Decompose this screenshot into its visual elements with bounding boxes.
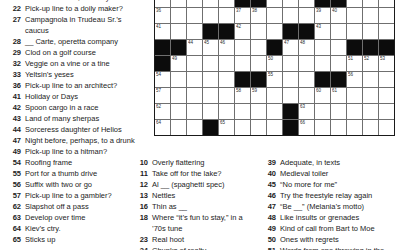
clue-62-across: 62Slapshot off a pass — [8, 201, 135, 212]
clue-22-across: 22Pick-up line to a doily maker? — [8, 3, 135, 14]
grid-cell-r2-c5[interactable]: 42 — [235, 24, 250, 39]
clue-56-across: 56Suffix with two or go — [8, 179, 135, 190]
grid-cell-r5-c12[interactable]: 56 — [347, 72, 362, 87]
cell-number: 48 — [300, 40, 305, 45]
clue-18-down: 18Where “it’s fun to stay,” in a ’70s tu… — [136, 212, 258, 234]
down-clue-list-right: 39Adequate, in texts40Medieval toiler45“… — [264, 157, 396, 250]
down-clue-list-left: 10Overly flattering11Take off for the la… — [136, 157, 258, 250]
cell-number: 44 — [188, 40, 193, 45]
grid-cell-r1-c9[interactable] — [299, 8, 314, 23]
clue-text: Night before, perhaps, to a drunk — [25, 135, 135, 146]
grid-cell-r4-c6[interactable] — [251, 56, 266, 71]
clue-number: 54 — [8, 157, 21, 168]
grid-cell-r8-c7[interactable] — [267, 120, 282, 135]
cell-number: 43 — [316, 24, 321, 29]
clue-number: 42 — [8, 102, 21, 113]
cell-number: 37 — [236, 8, 241, 13]
clue-text: Overly flattering — [152, 157, 258, 168]
clue-number: 36 — [8, 80, 21, 91]
grid-cell-r7-c10[interactable] — [315, 104, 330, 119]
grid-cell-r7-c9[interactable]: 63 — [299, 104, 314, 119]
grid-cell-r6-c3[interactable] — [203, 88, 218, 103]
grid-cell-r4-c5[interactable] — [235, 56, 250, 71]
grid-cell-r7-c7[interactable] — [267, 104, 282, 119]
grid-cell-r1-c2[interactable] — [187, 8, 202, 23]
clue-32-across: 32Veggie on a vine or a tine — [8, 58, 135, 69]
clue-number: 13 — [136, 190, 148, 201]
grid-cell-r0-c4[interactable] — [219, 0, 234, 7]
grid-cell-r1-c12[interactable] — [347, 8, 362, 23]
clue-number: 18 — [136, 212, 148, 234]
grid-cell-r8-c4[interactable]: 65 — [219, 120, 234, 135]
cell-number: 53 — [380, 56, 385, 61]
clue-46-down: 46Try the freestyle relay again — [264, 190, 396, 201]
clue-text: “Be __” (Melania’s motto) — [280, 201, 396, 212]
clue-24-down: 24Chunks of realty — [136, 245, 258, 250]
cell-number: 61 — [332, 88, 337, 93]
clue-number: 45 — [264, 179, 276, 190]
grid-cell-r2-c13[interactable] — [363, 24, 378, 39]
grid-cell-r8-c2[interactable] — [187, 120, 202, 135]
clue-23-down: 23Real hoot — [136, 234, 258, 245]
clue-text: Port for a thumb drive — [25, 168, 135, 179]
grid-cell-r4-c7[interactable]: 50 — [267, 56, 282, 71]
clue-text: Nettles — [152, 190, 258, 201]
grid-cell-r7-c12[interactable] — [347, 104, 362, 119]
clue-number: 28 — [8, 36, 21, 47]
grid-cell-r7-c14[interactable] — [379, 104, 394, 119]
black-cell-r2-c8 — [283, 24, 298, 39]
clue-text: Like insults or grenades — [280, 212, 396, 223]
grid-cell-r1-c6[interactable]: 38 — [251, 8, 266, 23]
clue-text: Holiday or Days — [25, 91, 135, 102]
clue-number: 51 — [264, 245, 276, 250]
cell-number: 40 — [332, 8, 337, 13]
clue-number: 44 — [8, 124, 21, 135]
grid-cell-r6-c7[interactable] — [267, 88, 282, 103]
black-cell-r5-c10 — [315, 72, 330, 87]
cell-number: 42 — [236, 24, 241, 29]
grid-cell-r4-c1[interactable]: 49 — [171, 56, 186, 71]
cell-number: 51 — [348, 56, 353, 61]
cell-number: 54 — [156, 72, 161, 77]
cell-number: 50 — [268, 56, 273, 61]
grid-cell-r1-c13[interactable] — [363, 8, 378, 23]
clue-text: Suffix with two or go — [25, 179, 135, 190]
grid-cell-r6-c10[interactable]: 60 — [315, 88, 330, 103]
clue-number: 48 — [264, 212, 276, 223]
grid-cell-r4-c11[interactable] — [331, 56, 346, 71]
grid-cell-r3-c10[interactable] — [315, 40, 330, 55]
cell-number: 49 — [172, 56, 177, 61]
cell-number: 56 — [348, 72, 353, 77]
grid-cell-r1-c4[interactable] — [219, 8, 234, 23]
grid-cell-r6-c11[interactable]: 61 — [331, 88, 346, 103]
grid-cell-r3-c9[interactable]: 48 — [299, 40, 314, 55]
grid-cell-r6-c5[interactable]: 58 — [235, 88, 250, 103]
clue-text: Pick-up line to a doily maker? — [25, 3, 135, 14]
across-clue-list: 21Blows off steam, in a way22Pick-up lin… — [8, 0, 135, 245]
grid-cell-r2-c7[interactable] — [267, 24, 282, 39]
clue-39-down: 39Adequate, in texts — [264, 157, 396, 168]
grid-cell-r5-c4[interactable] — [219, 72, 234, 87]
grid-cell-r1-c0[interactable]: 36 — [155, 8, 170, 23]
clue-text: Thin as __ — [152, 201, 258, 212]
grid-cell-r3-c11[interactable] — [331, 40, 346, 55]
clue-number: 46 — [264, 190, 276, 201]
clue-text: Where “it’s fun to stay,” in a ’70s tune — [152, 212, 258, 234]
clue-text: Land of many sherpas — [25, 113, 135, 124]
grid-cell-r7-c11[interactable] — [331, 104, 346, 119]
black-cell-r3-c13 — [363, 40, 378, 55]
grid-cell-r6-c0[interactable]: 57 — [155, 88, 170, 103]
cell-number: 55 — [268, 72, 273, 77]
clue-29-across: 29Clod on a golf course — [8, 47, 135, 58]
clue-49-across: 49Pick-up line to a hitman? — [8, 146, 135, 157]
grid-cell-r2-c10[interactable]: 43 — [315, 24, 330, 39]
clue-number: 23 — [136, 234, 148, 245]
grid-cell-r8-c10[interactable] — [315, 120, 330, 135]
clue-11-down: 11Take off for the lake? — [136, 168, 258, 179]
clue-10-down: 10Overly flattering — [136, 157, 258, 168]
grid-cell-r5-c9[interactable] — [299, 72, 314, 87]
clue-text: Pick-up line to a gambler? — [25, 190, 135, 201]
cell-number: 66 — [300, 120, 305, 125]
clue-number: 57 — [8, 190, 21, 201]
black-cell-r3-c7 — [267, 40, 282, 55]
grid-cell-r4-c10[interactable] — [315, 56, 330, 71]
cell-number: 41 — [156, 24, 161, 29]
grid-cell-r8-c14[interactable] — [379, 120, 394, 135]
grid-cell-r2-c1[interactable] — [171, 24, 186, 39]
grid-cell-r7-c6[interactable] — [251, 104, 266, 119]
black-cell-r2-c4 — [219, 24, 234, 39]
grid-cell-r3-c5[interactable] — [235, 40, 250, 55]
clue-text: Words from one throwing in the — [280, 245, 396, 250]
cell-number: 45 — [204, 40, 209, 45]
grid-cell-r6-c8[interactable] — [283, 88, 298, 103]
grid-cell-r3-c8[interactable]: 47 — [283, 40, 298, 55]
cell-number: 63 — [300, 104, 305, 109]
grid-cell-r4-c12[interactable]: 51 — [347, 56, 362, 71]
grid-cell-r0-c12[interactable] — [347, 0, 362, 7]
clue-44-across: 44Sorceress daughter of Helios — [8, 124, 135, 135]
black-cell-r3-c12 — [347, 40, 362, 55]
grid-cell-r4-c14[interactable]: 53 — [379, 56, 394, 71]
black-cell-r5-c6 — [251, 72, 266, 87]
clue-text: Al __ (spaghetti spec) — [152, 179, 258, 190]
black-cell-r3-c1 — [171, 40, 186, 55]
clue-36-across: 36Pick-up line to an architect? — [8, 80, 135, 91]
grid-cell-r7-c5[interactable] — [235, 104, 250, 119]
clue-text: Sticks up — [25, 234, 135, 245]
clue-text: Clod on a golf course — [25, 47, 135, 58]
clue-number: 56 — [8, 179, 21, 190]
clue-text: Adequate, in texts — [280, 157, 396, 168]
grid-cell-r4-c8[interactable] — [283, 56, 298, 71]
grid-cell-r4-c9[interactable] — [299, 56, 314, 71]
grid-cell-r4-c13[interactable]: 52 — [363, 56, 378, 71]
clue-number: 65 — [8, 234, 21, 245]
clue-number: 39 — [264, 157, 276, 168]
clue-number: 50 — [264, 234, 276, 245]
clue-28-across: 28__ Carte, operetta company — [8, 36, 135, 47]
grid-cell-r1-c10[interactable]: 39 — [315, 8, 330, 23]
clue-43-across: 43Land of many sherpas — [8, 113, 135, 124]
clue-text: Spoon cargo in a race — [25, 102, 135, 113]
grid-cell-r2-c6[interactable] — [251, 24, 266, 39]
black-cell-r5-c5 — [235, 72, 250, 87]
clue-number: 55 — [8, 168, 21, 179]
clue-65-across: 65Sticks up — [8, 234, 135, 245]
clue-48-down: 48Like insults or grenades — [264, 212, 396, 223]
clue-text: Try the freestyle relay again — [280, 190, 396, 201]
grid-cell-r8-c13[interactable] — [363, 120, 378, 135]
cell-number: 52 — [364, 56, 369, 61]
black-cell-r3-c0 — [155, 40, 170, 55]
grid-cell-r0-c13[interactable] — [363, 0, 378, 7]
grid-cell-r1-c7[interactable] — [267, 8, 282, 23]
black-cell-r5-c11 — [331, 72, 346, 87]
clue-13-down: 13Nettles — [136, 190, 258, 201]
clue-number: 32 — [8, 58, 21, 69]
grid-cell-r3-c4[interactable]: 46 — [219, 40, 234, 55]
clue-text: Real hoot — [152, 234, 258, 245]
grid-cell-r1-c8[interactable] — [283, 8, 298, 23]
clue-16-down: 16Thin as __ — [136, 201, 258, 212]
grid-cell-r0-c7[interactable] — [267, 0, 282, 7]
grid-cell-r5-c0[interactable]: 54 — [155, 72, 170, 87]
cell-number: 38 — [252, 8, 257, 13]
clue-text: Sorceress daughter of Helios — [25, 124, 135, 135]
grid-cell-r1-c11[interactable]: 40 — [331, 8, 346, 23]
cell-number: 46 — [220, 40, 225, 45]
clue-number: 27 — [8, 14, 21, 36]
clue-text: Develop over time — [25, 212, 135, 223]
clue-47-across: 47Night before, perhaps, to a drunk — [8, 135, 135, 146]
clue-63-across: 63Develop over time — [8, 212, 135, 223]
clue-33-across: 33Yeltsin’s yeses — [8, 69, 135, 80]
cell-number: 64 — [156, 120, 161, 125]
grid-cell-r0-c8[interactable] — [283, 0, 298, 7]
clue-text: Roofing frame — [25, 157, 135, 168]
grid-cell-r0-c9[interactable] — [299, 0, 314, 7]
grid-cell-r0-c0[interactable] — [155, 0, 170, 7]
clue-number: 49 — [264, 223, 276, 234]
clue-number: 41 — [8, 91, 21, 102]
grid-cell-r5-c7[interactable]: 55 — [267, 72, 282, 87]
grid-cell-r2-c12[interactable] — [347, 24, 362, 39]
grid-cell-r6-c6[interactable]: 59 — [251, 88, 266, 103]
clue-number: 47 — [8, 135, 21, 146]
clue-41-across: 41Holiday or Days — [8, 91, 135, 102]
grid-cell-r6-c12[interactable] — [347, 88, 362, 103]
clue-text: Kiev’s ctry. — [25, 223, 135, 234]
clue-number: 64 — [8, 223, 21, 234]
clue-text: Campagnola in Trudeau Sr.’s caucus — [25, 14, 135, 36]
black-cell-r0-c6 — [251, 0, 266, 7]
clue-text: Slapshot off a pass — [25, 201, 135, 212]
grid-cell-r0-c1[interactable] — [171, 0, 186, 7]
black-cell-r4-c0 — [155, 56, 170, 71]
grid-cell-r6-c14[interactable] — [379, 88, 394, 103]
grid-cell-r7-c3[interactable] — [203, 104, 218, 119]
clue-number: 22 — [8, 3, 21, 14]
clue-12-down: 12Al __ (spaghetti spec) — [136, 179, 258, 190]
grid-cell-r1-c1[interactable] — [171, 8, 186, 23]
black-cell-r2-c3 — [203, 24, 218, 39]
clue-40-down: 40Medieval toiler — [264, 168, 396, 179]
grid-cell-r8-c1[interactable] — [171, 120, 186, 135]
clue-number: 33 — [8, 69, 21, 80]
clue-text: Pick-up line to an architect? — [25, 80, 135, 91]
grid-cell-r5-c13[interactable] — [363, 72, 378, 87]
grid-cell-r7-c1[interactable] — [171, 104, 186, 119]
grid-cell-r1-c5[interactable]: 37 — [235, 8, 250, 23]
clue-number: 24 — [136, 245, 148, 250]
clue-57-across: 57Pick-up line to a gambler? — [8, 190, 135, 201]
cell-number: 36 — [156, 8, 161, 13]
grid-cell-r4-c3[interactable] — [203, 56, 218, 71]
grid-cell-r4-c4[interactable] — [219, 56, 234, 71]
grid-cell-r7-c13[interactable] — [363, 104, 378, 119]
cell-number: 65 — [220, 120, 225, 125]
black-cell-r2-c9 — [299, 24, 314, 39]
clue-47-down: 47“Be __” (Melania’s motto) — [264, 201, 396, 212]
grid-cell-r5-c14[interactable] — [379, 72, 394, 87]
clue-text: Ones with regrets — [280, 234, 396, 245]
grid-cell-r8-c0[interactable]: 64 — [155, 120, 170, 135]
clue-number: 29 — [8, 47, 21, 58]
grid-cell-r2-c11[interactable] — [331, 24, 346, 39]
cell-number: 62 — [156, 104, 161, 109]
grid-cell-r2-c14[interactable] — [379, 24, 394, 39]
clue-number: 16 — [136, 201, 148, 212]
black-cell-r8-c3 — [203, 120, 218, 135]
grid-cell-r0-c3[interactable] — [203, 0, 218, 7]
grid-cell-r4-c2[interactable] — [187, 56, 202, 71]
clue-text: Kind of call from Bart to Moe — [280, 223, 396, 234]
black-cell-r8-c8 — [283, 120, 298, 135]
grid-cell-r3-c6[interactable] — [251, 40, 266, 55]
clue-text: Chunks of realty — [152, 245, 258, 250]
clue-42-across: 42Spoon cargo in a race — [8, 102, 135, 113]
clue-49-down: 49Kind of call from Bart to Moe — [264, 223, 396, 234]
clue-text: Pick-up line to a hitman? — [25, 146, 135, 157]
clue-number: 43 — [8, 113, 21, 124]
grid-cell-r6-c4[interactable] — [219, 88, 234, 103]
grid-cell-r8-c12[interactable] — [347, 120, 362, 135]
grid-cell-r8-c6[interactable] — [251, 120, 266, 135]
clue-51-down: 51Words from one throwing in the — [264, 245, 396, 250]
grid-cell-r5-c8[interactable] — [283, 72, 298, 87]
clue-number: 49 — [8, 146, 21, 157]
clue-number: 11 — [136, 168, 148, 179]
black-cell-r0-c5 — [235, 0, 250, 7]
grid-cell-r7-c0[interactable]: 62 — [155, 104, 170, 119]
cell-number: 39 — [316, 8, 321, 13]
clue-50-down: 50Ones with regrets — [264, 234, 396, 245]
black-cell-r7-c8 — [283, 104, 298, 119]
grid-cell-r1-c3[interactable] — [203, 8, 218, 23]
clue-number: 10 — [136, 157, 148, 168]
grid-cell-r3-c3[interactable]: 45 — [203, 40, 218, 55]
clue-45-down: 45“No more for me” — [264, 179, 396, 190]
clue-54-across: 54Roofing frame — [8, 157, 135, 168]
grid-cell-r7-c4[interactable] — [219, 104, 234, 119]
clue-55-across: 55Port for a thumb drive — [8, 168, 135, 179]
cell-number: 47 — [284, 40, 289, 45]
clue-number: 62 — [8, 201, 21, 212]
grid-cell-r8-c9[interactable]: 66 — [299, 120, 314, 135]
clue-text: Take off for the lake? — [152, 168, 258, 179]
grid-cell-r2-c0[interactable]: 41 — [155, 24, 170, 39]
clue-64-across: 64Kiev’s ctry. — [8, 223, 135, 234]
black-cell-r0-c11 — [331, 0, 346, 7]
grid-cell-r2-c2[interactable] — [187, 24, 202, 39]
black-cell-r0-c10 — [315, 0, 330, 7]
grid-cell-r7-c2[interactable] — [187, 104, 202, 119]
grid-cell-r5-c1[interactable] — [171, 72, 186, 87]
grid-cell-r6-c13[interactable] — [363, 88, 378, 103]
clue-27-across: 27Campagnola in Trudeau Sr.’s caucus — [8, 14, 135, 36]
grid-cell-r6-c2[interactable] — [187, 88, 202, 103]
clue-number: 63 — [8, 212, 21, 223]
clue-number: 12 — [136, 179, 148, 190]
grid-cell-r8-c11[interactable] — [331, 120, 346, 135]
black-cell-r3-c14 — [379, 40, 394, 55]
clue-text: __ Carte, operetta company — [25, 36, 135, 47]
cell-number: 58 — [236, 88, 241, 93]
grid-cell-r6-c1[interactable] — [171, 88, 186, 103]
grid-cell-r8-c5[interactable] — [235, 120, 250, 135]
grid-cell-r1-c14[interactable] — [379, 8, 394, 23]
cell-number: 60 — [316, 88, 321, 93]
clue-text: Yeltsin’s yeses — [25, 69, 135, 80]
cell-number: 57 — [156, 88, 161, 93]
grid-cell-r0-c14[interactable] — [379, 0, 394, 7]
grid-cell-r0-c2[interactable] — [187, 0, 202, 7]
clue-number: 47 — [264, 201, 276, 212]
grid-cell-r3-c2[interactable]: 44 — [187, 40, 202, 55]
clue-number: 40 — [264, 168, 276, 179]
crossword-grid: 3637383940414243444546474849505152535455… — [154, 0, 395, 136]
clue-text: Medieval toiler — [280, 168, 396, 179]
grid-cell-r6-c9[interactable] — [299, 88, 314, 103]
cell-number: 59 — [252, 88, 257, 93]
clue-text: “No more for me” — [280, 179, 396, 190]
clue-text: Veggie on a vine or a tine — [25, 58, 135, 69]
grid-cell-r5-c3[interactable] — [203, 72, 218, 87]
grid-cell-r5-c2[interactable] — [187, 72, 202, 87]
